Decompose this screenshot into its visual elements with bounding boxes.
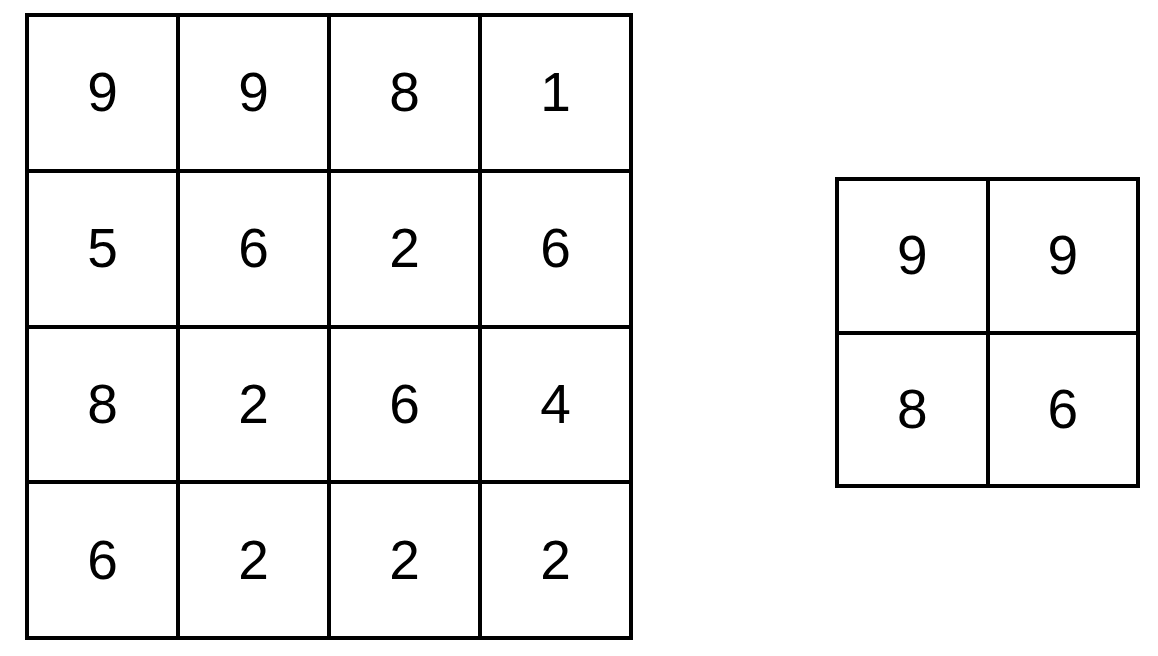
main-grid-cell-r2c3[interactable]: 2	[331, 173, 478, 325]
main-grid-cell-r4c4[interactable]: 2	[482, 484, 629, 636]
main-grid-cell-r4c1[interactable]: 6	[29, 484, 176, 636]
main-grid-cell-r2c2[interactable]: 6	[180, 173, 327, 325]
sub-grid-cell-r2c1[interactable]: 8	[839, 335, 986, 485]
main-grid-cell-r4c3[interactable]: 2	[331, 484, 478, 636]
sub-grid-cell-r1c2[interactable]: 9	[990, 181, 1137, 331]
sub-grid-cell-r1c1[interactable]: 9	[839, 181, 986, 331]
main-grid-cell-r4c2[interactable]: 2	[180, 484, 327, 636]
main-grid-cell-r3c4[interactable]: 4	[482, 329, 629, 481]
main-grid: 9 9 8 1 5 6 2 6 8 2 6 4 6 2 2 2	[25, 13, 633, 640]
main-grid-cell-r1c4[interactable]: 1	[482, 17, 629, 169]
puzzle-canvas: 9 9 8 1 5 6 2 6 8 2 6 4 6 2 2 2 9 9 8 6	[0, 0, 1158, 656]
main-grid-cell-r2c4[interactable]: 6	[482, 173, 629, 325]
main-grid-cell-r1c3[interactable]: 8	[331, 17, 478, 169]
main-grid-cell-r3c3[interactable]: 6	[331, 329, 478, 481]
sub-grid: 9 9 8 6	[835, 177, 1140, 488]
main-grid-cell-r3c2[interactable]: 2	[180, 329, 327, 481]
main-grid-cell-r3c1[interactable]: 8	[29, 329, 176, 481]
main-grid-cell-r2c1[interactable]: 5	[29, 173, 176, 325]
sub-grid-cell-r2c2[interactable]: 6	[990, 335, 1137, 485]
main-grid-cell-r1c1[interactable]: 9	[29, 17, 176, 169]
main-grid-cell-r1c2[interactable]: 9	[180, 17, 327, 169]
